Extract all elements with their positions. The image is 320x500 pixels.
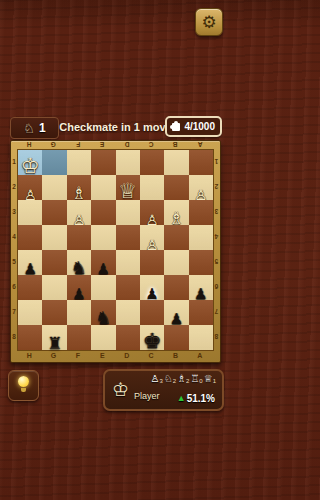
square-g8[interactable]: ♜: [42, 325, 66, 350]
square-d5[interactable]: [116, 250, 140, 275]
square-a3[interactable]: [189, 200, 213, 225]
square-d6[interactable]: [116, 275, 140, 300]
square-g7[interactable]: [42, 300, 66, 325]
settings-button[interactable]: ⚙: [195, 8, 223, 36]
square-e1[interactable]: [91, 150, 115, 175]
square-c8[interactable]: ♚: [140, 325, 164, 350]
square-h8[interactable]: [18, 325, 42, 350]
square-g2[interactable]: [42, 175, 66, 200]
square-g4[interactable]: [42, 225, 66, 250]
square-c5[interactable]: [140, 250, 164, 275]
square-c3[interactable]: ♙: [140, 200, 164, 225]
white-queen: ♕: [113, 181, 143, 202]
square-h3[interactable]: [18, 200, 42, 225]
square-a1[interactable]: [189, 150, 213, 175]
square-d3[interactable]: [116, 200, 140, 225]
square-b7[interactable]: ♟: [164, 300, 188, 325]
square-f1[interactable]: [67, 150, 91, 175]
square-f4[interactable]: [67, 225, 91, 250]
hint-button[interactable]: [8, 370, 39, 401]
square-c1[interactable]: [140, 150, 164, 175]
player-label: Player: [134, 391, 160, 401]
puzzle-piece-icon: [172, 123, 180, 131]
square-d8[interactable]: [116, 325, 140, 350]
file-labels-top: HGFEDCBA: [17, 141, 212, 149]
square-d1[interactable]: [116, 150, 140, 175]
square-a2[interactable]: ♙: [189, 175, 213, 200]
square-a4[interactable]: [189, 225, 213, 250]
green-up-arrow-icon: ▲: [177, 394, 186, 403]
square-b6[interactable]: [164, 275, 188, 300]
square-e4[interactable]: [91, 225, 115, 250]
square-f2[interactable]: ♗: [67, 175, 91, 200]
square-h2[interactable]: ♙: [18, 175, 42, 200]
square-h4[interactable]: [18, 225, 42, 250]
captured-queen-icon: ♕: [204, 374, 213, 384]
black-king: ♚: [137, 331, 167, 352]
square-f7[interactable]: [67, 300, 91, 325]
square-f6[interactable]: ♟: [67, 275, 91, 300]
square-a6[interactable]: ♟: [189, 275, 213, 300]
square-c7[interactable]: [140, 300, 164, 325]
captured-knight-count: 2: [173, 378, 176, 384]
square-c2[interactable]: [140, 175, 164, 200]
square-h7[interactable]: [18, 300, 42, 325]
captured-queen-count: 1: [213, 378, 216, 384]
square-f3[interactable]: ♙: [67, 200, 91, 225]
player-king-icon: ♔: [112, 380, 129, 399]
puzzle-progress-badge: 4/1000: [165, 116, 222, 137]
square-f5[interactable]: ♞: [67, 250, 91, 275]
square-a7[interactable]: [189, 300, 213, 325]
square-e7[interactable]: ♞: [91, 300, 115, 325]
captured-bishop-icon: ♗: [177, 374, 186, 384]
square-e5[interactable]: ♟: [91, 250, 115, 275]
player-panel: ♔ Player ♙3♘2♗2♖0♕1 ▲ 51.1%: [103, 369, 224, 411]
square-c6[interactable]: ♟: [140, 275, 164, 300]
rank-labels-right: 12345678: [213, 149, 220, 349]
chess-board-frame: HGFEDCBA HGFEDCBA 12345678 12345678 ♔♙♗♕…: [10, 140, 221, 363]
square-b2[interactable]: [164, 175, 188, 200]
square-g1[interactable]: [42, 150, 66, 175]
square-b4[interactable]: [164, 225, 188, 250]
captured-pawn-icon: ♙: [150, 374, 159, 384]
win-rate-value: 51.1%: [187, 393, 215, 404]
square-d7[interactable]: [116, 300, 140, 325]
chess-board: ♔♙♗♕♙♙♙♗♙♟♞♟♟♟♟♞♟♜♚: [17, 149, 214, 351]
captured-bishop-count: 2: [186, 378, 189, 384]
square-d4[interactable]: [116, 225, 140, 250]
square-b3[interactable]: ♗: [164, 200, 188, 225]
puzzle-progress-value: 4/1000: [184, 121, 215, 132]
square-h6[interactable]: [18, 275, 42, 300]
square-b8[interactable]: [164, 325, 188, 350]
file-labels-bottom: HGFEDCBA: [17, 350, 212, 362]
square-a8[interactable]: [189, 325, 213, 350]
square-b1[interactable]: [164, 150, 188, 175]
square-e2[interactable]: [91, 175, 115, 200]
win-rate: ▲ 51.1%: [177, 393, 215, 404]
square-e3[interactable]: [91, 200, 115, 225]
lightbulb-icon: [18, 376, 29, 387]
puzzle-bar: ♘ 1 Checkmate in 1 move 4/1000: [0, 116, 231, 140]
captured-pawn-count: 3: [159, 378, 162, 384]
captured-knight-icon: ♘: [164, 374, 173, 384]
gear-icon: ⚙: [201, 14, 216, 31]
captured-rook-icon: ♖: [190, 374, 199, 384]
square-h1[interactable]: ♔: [18, 150, 42, 175]
square-b5[interactable]: [164, 250, 188, 275]
white-king: ♔: [15, 156, 45, 177]
square-f8[interactable]: [67, 325, 91, 350]
square-e8[interactable]: [91, 325, 115, 350]
square-d2[interactable]: ♕: [116, 175, 140, 200]
square-g5[interactable]: [42, 250, 66, 275]
square-e6[interactable]: [91, 275, 115, 300]
square-a5[interactable]: [189, 250, 213, 275]
captured-rook-count: 0: [199, 378, 202, 384]
square-g3[interactable]: [42, 200, 66, 225]
square-g6[interactable]: [42, 275, 66, 300]
captured-pieces-tray: ♙3♘2♗2♖0♕1: [150, 374, 217, 384]
square-c4[interactable]: ♙: [140, 225, 164, 250]
square-h5[interactable]: ♟: [18, 250, 42, 275]
black-rook: ♜: [39, 335, 69, 352]
